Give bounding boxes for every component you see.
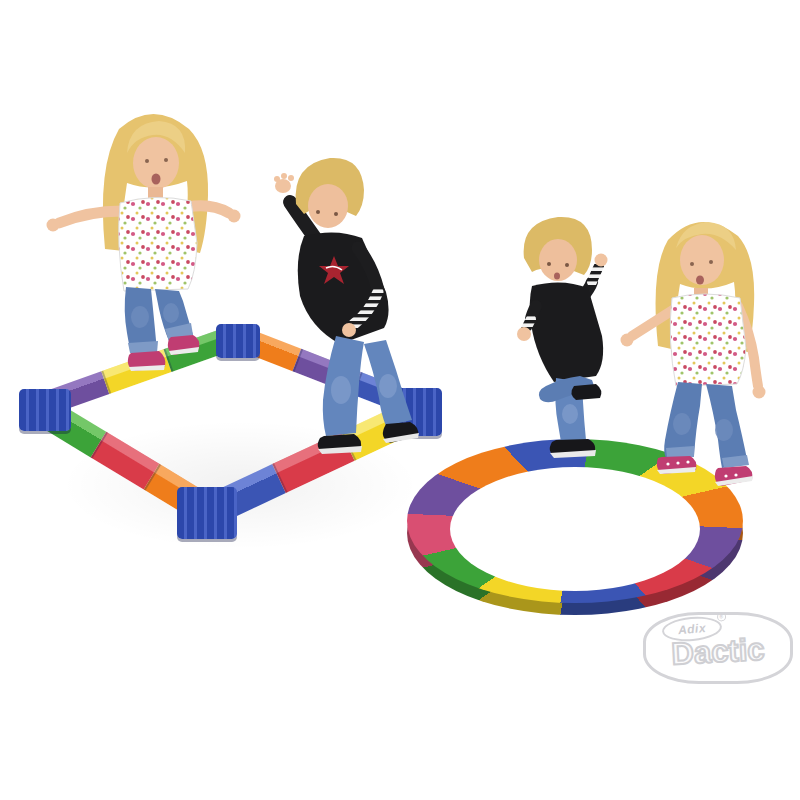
girl2-knee-shading — [673, 413, 691, 435]
girl2-shoe-pattern — [666, 462, 669, 465]
girl2-eye — [690, 262, 694, 266]
girl2-right-hand — [753, 386, 766, 399]
registered-trademark-icon: ® — [717, 612, 727, 622]
boy2-eye — [565, 263, 569, 267]
boy1-finger — [288, 175, 294, 181]
girl2-mouth — [696, 276, 704, 285]
girl2-shoe-pattern — [724, 474, 727, 477]
girl-on-square — [25, 95, 260, 395]
boy1-knee-shading — [379, 374, 397, 398]
boy-on-square — [238, 146, 423, 458]
product-photo-stage: Adix ® Dactic — [0, 0, 800, 800]
boy1-left-hand — [342, 323, 356, 337]
girl1-eye — [145, 159, 149, 163]
girl1-left-hand — [47, 219, 60, 232]
boy1-eye — [316, 210, 320, 214]
girl1-knee-shading — [163, 303, 179, 323]
brand-logo-dactic-text: Dactic — [645, 630, 791, 673]
girl2-left-hand — [621, 334, 634, 347]
girl1-mouth — [152, 174, 161, 185]
boy2-left-hand — [517, 327, 531, 341]
boy1-finger — [281, 173, 287, 179]
boy1-eye — [334, 212, 338, 216]
girl2-shoe-pattern — [686, 460, 689, 463]
brand-logo: Adix ® Dactic — [643, 612, 793, 684]
square-corner-block-left — [19, 389, 71, 431]
boy2-eye — [547, 262, 551, 266]
boy2-raised-shoe — [571, 384, 601, 400]
girl2-shoe-pattern — [734, 473, 737, 476]
boy2-black-top — [530, 282, 603, 382]
girl1-polka-dot-top — [119, 197, 197, 291]
boy2-right-striped-forearm — [592, 266, 599, 282]
boy2-mouth — [554, 273, 560, 280]
boy1-knee-shading — [331, 376, 351, 404]
girl-on-circle — [612, 200, 792, 500]
boy2-knee-shading — [562, 404, 578, 424]
girl1-eye — [164, 158, 168, 162]
girl2-polka-dot-top — [670, 294, 746, 386]
girl1-jeans-cuff — [128, 341, 158, 353]
boy1-finger — [274, 176, 280, 182]
square-corner-block-bottom — [177, 487, 237, 539]
boy1-face — [308, 184, 348, 228]
girl2-eye — [709, 260, 713, 264]
girl2-shoe-pattern — [676, 461, 679, 464]
girl2-knee-shading — [715, 419, 733, 441]
boy2-left-striped-forearm — [526, 319, 531, 329]
girl1-knee-shading — [131, 306, 149, 328]
boy2-right-hand — [595, 254, 608, 267]
